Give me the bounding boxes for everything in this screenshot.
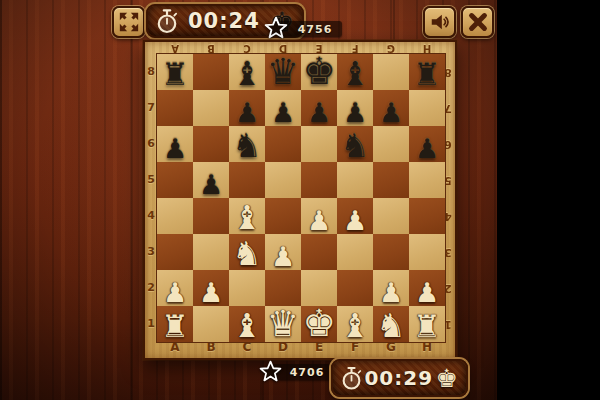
square-c6[interactable]: ♞ [229,126,265,162]
black-pawn[interactable]: ♟ [373,99,409,126]
white-score-value: 4706 [280,366,325,379]
rank-label: 7 [145,90,157,126]
white-pawn[interactable]: ♟ [337,207,373,234]
close-button[interactable] [461,6,494,38]
white-pawn[interactable]: ♟ [265,243,301,270]
white-king-icon: ♚ [436,366,458,391]
square-e3[interactable] [301,234,337,270]
white-king[interactable]: ♚ [301,305,337,342]
square-b2[interactable]: ♟ [193,270,229,306]
square-c4[interactable]: ♝ [229,198,265,234]
rank-label: 8 [145,54,157,90]
square-b8[interactable] [193,54,229,90]
white-timer-panel: 00:29 ♚ [331,359,468,397]
square-f4[interactable]: ♟ [337,198,373,234]
square-h4[interactable] [409,198,445,234]
square-e5[interactable] [301,162,337,198]
square-f3[interactable] [337,234,373,270]
black-bishop[interactable]: ♝ [229,57,265,90]
square-d2[interactable] [265,270,301,306]
white-pawn[interactable]: ♟ [193,279,229,306]
square-b3[interactable] [193,234,229,270]
square-g3[interactable] [373,234,409,270]
square-e7[interactable]: ♟ [301,90,337,126]
square-b6[interactable] [193,126,229,162]
black-rook[interactable]: ♜ [157,59,193,90]
square-h5[interactable] [409,162,445,198]
square-g1[interactable]: ♞ [373,306,409,342]
square-c5[interactable] [229,162,265,198]
square-b1[interactable] [193,306,229,342]
black-score-value: 4756 [288,23,333,36]
black-pawn[interactable]: ♟ [157,135,193,162]
square-e1[interactable]: ♚ [301,306,337,342]
square-h7[interactable] [409,90,445,126]
white-bishop[interactable]: ♝ [229,201,265,234]
black-pawn[interactable]: ♟ [409,135,445,162]
black-pawn[interactable]: ♟ [193,171,229,198]
square-f6[interactable]: ♞ [337,126,373,162]
square-d4[interactable] [265,198,301,234]
square-a1[interactable]: ♜ [157,306,193,342]
square-h6[interactable]: ♟ [409,126,445,162]
square-g5[interactable] [373,162,409,198]
file-label: G [373,42,409,54]
chess-board: ♜♝♛♚♝♜♟♟♟♟♟♟♞♞♟♟♝♟♟♞♟♟♟♟♟♜♝♛♚♝♞♜ [157,54,445,342]
square-d8[interactable]: ♛ [265,54,301,90]
speaker-icon [429,11,451,33]
square-a4[interactable] [157,198,193,234]
square-a6[interactable]: ♟ [157,126,193,162]
square-h3[interactable] [409,234,445,270]
star-icon [264,16,288,40]
square-a3[interactable] [157,234,193,270]
square-d6[interactable] [265,126,301,162]
square-d3[interactable]: ♟ [265,234,301,270]
game-window: 00:24 ♚ 4756 ABCDEFGH 87654321 87654321 … [0,0,600,400]
square-c3[interactable]: ♞ [229,234,265,270]
square-h2[interactable]: ♟ [409,270,445,306]
black-knight[interactable]: ♞ [337,129,373,162]
white-bishop[interactable]: ♝ [337,309,373,342]
rank-labels-left: 87654321 [145,54,157,342]
square-e4[interactable]: ♟ [301,198,337,234]
stopwatch-icon [341,365,362,391]
letterbox-right [497,0,600,400]
fullscreen-button[interactable] [112,6,145,38]
black-king[interactable]: ♚ [301,53,337,90]
black-pawn[interactable]: ♟ [265,99,301,126]
square-f2[interactable] [337,270,373,306]
square-e6[interactable] [301,126,337,162]
square-h1[interactable]: ♜ [409,306,445,342]
white-knight[interactable]: ♞ [373,309,409,342]
square-f5[interactable] [337,162,373,198]
rank-label: 2 [145,270,157,306]
square-c7[interactable]: ♟ [229,90,265,126]
square-f8[interactable]: ♝ [337,54,373,90]
white-pawn[interactable]: ♟ [301,207,337,234]
white-pawn[interactable]: ♟ [373,279,409,306]
square-h8[interactable]: ♜ [409,54,445,90]
square-d5[interactable] [265,162,301,198]
stopwatch-icon [156,8,178,34]
black-bishop[interactable]: ♝ [337,57,373,90]
square-g7[interactable]: ♟ [373,90,409,126]
square-a8[interactable]: ♜ [157,54,193,90]
square-a2[interactable]: ♟ [157,270,193,306]
square-f7[interactable]: ♟ [337,90,373,126]
square-d1[interactable]: ♛ [265,306,301,342]
square-g2[interactable]: ♟ [373,270,409,306]
fullscreen-expand-arrows-icon [118,11,140,33]
white-rook[interactable]: ♜ [157,311,193,342]
white-queen[interactable]: ♛ [265,306,301,342]
black-knight[interactable]: ♞ [229,129,265,162]
star-icon [259,360,282,383]
black-pawn[interactable]: ♟ [301,99,337,126]
square-b7[interactable] [193,90,229,126]
rank-label: 5 [145,162,157,198]
sound-button[interactable] [423,6,456,38]
square-c1[interactable]: ♝ [229,306,265,342]
square-g6[interactable] [373,126,409,162]
square-a5[interactable] [157,162,193,198]
white-timer-value: 00:29 [362,366,436,390]
square-e8[interactable]: ♚ [301,54,337,90]
white-pawn[interactable]: ♟ [157,279,193,306]
square-c2[interactable] [229,270,265,306]
square-c8[interactable]: ♝ [229,54,265,90]
square-f1[interactable]: ♝ [337,306,373,342]
square-b4[interactable] [193,198,229,234]
square-a7[interactable] [157,90,193,126]
file-label: F [337,42,373,54]
square-e2[interactable] [301,270,337,306]
black-timer-value: 00:24 [178,9,270,33]
white-knight[interactable]: ♞ [229,237,265,270]
file-label: C [229,42,265,54]
close-x-icon [467,11,489,33]
rank-label: 6 [145,126,157,162]
rank-label: 4 [145,198,157,234]
black-rook[interactable]: ♜ [409,59,445,90]
white-pawn[interactable]: ♟ [409,279,445,306]
white-bishop[interactable]: ♝ [229,309,265,342]
black-queen[interactable]: ♛ [265,54,301,90]
square-b5[interactable]: ♟ [193,162,229,198]
black-pawn[interactable]: ♟ [229,99,265,126]
white-rook[interactable]: ♜ [409,311,445,342]
chess-board-frame: ABCDEFGH 87654321 87654321 ABCDEFGH ♜♝♛♚… [143,40,457,360]
rank-label: 1 [145,306,157,342]
square-g8[interactable] [373,54,409,90]
file-label: A [157,42,193,54]
square-g4[interactable] [373,198,409,234]
square-d7[interactable]: ♟ [265,90,301,126]
rank-label: 3 [145,234,157,270]
black-pawn[interactable]: ♟ [337,99,373,126]
file-label: B [193,42,229,54]
file-label: H [409,42,445,54]
